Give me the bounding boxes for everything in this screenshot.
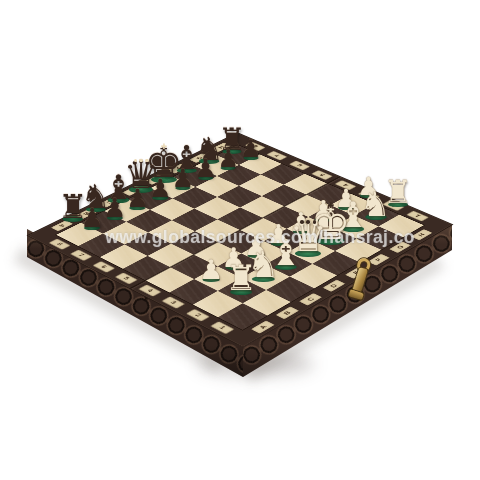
piece-glyph: ♟ [70,205,114,231]
chess-set-photo: AA11BB22CC33DD44EE55FF66GG77HH88 ♜♞♝♛♚✚♝… [0,0,480,480]
queen-crown-ball [145,159,148,162]
queen-crown-ball [139,159,142,162]
king-cross-finial: ✚ [161,143,167,151]
piece-white-rook-a1[interactable]: ♜ [219,261,263,296]
king-cross-finial: ✚ [327,202,334,210]
piece-black-pawn-a7[interactable]: ♟ [70,205,114,231]
queen-crown-ball [134,159,137,162]
queen-crown-ball [300,220,304,224]
piece-glyph: ♜ [219,261,263,296]
clasp-keeper [348,289,363,300]
